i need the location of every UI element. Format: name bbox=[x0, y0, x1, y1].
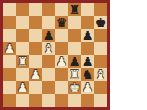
piece-white-pawn-c3[interactable]: ♟ bbox=[30, 68, 41, 81]
square-f3[interactable]: ♜ bbox=[68, 68, 81, 81]
square-e2[interactable] bbox=[55, 81, 68, 94]
square-a8[interactable] bbox=[3, 3, 16, 16]
square-h6[interactable] bbox=[94, 29, 107, 42]
square-f7[interactable] bbox=[68, 16, 81, 29]
square-d6[interactable]: ♟ bbox=[42, 29, 55, 42]
square-c4[interactable] bbox=[29, 55, 42, 68]
square-d2[interactable] bbox=[42, 81, 55, 94]
piece-white-rook-f3[interactable]: ♜ bbox=[69, 68, 80, 81]
piece-white-pawn-a5[interactable]: ♟ bbox=[4, 42, 15, 55]
page: ♜♛♚♟♟♟♝♜♟♟♟♟♜♞♝♟♚♟ bbox=[0, 0, 147, 110]
square-h7[interactable]: ♚ bbox=[94, 16, 107, 29]
square-c5[interactable] bbox=[29, 42, 42, 55]
piece-black-pawn-d6[interactable]: ♟ bbox=[43, 29, 54, 42]
square-b8[interactable] bbox=[16, 3, 29, 16]
chess-board: ♜♛♚♟♟♟♝♜♟♟♟♟♜♞♝♟♚♟ bbox=[0, 0, 110, 110]
square-e8[interactable] bbox=[55, 3, 68, 16]
square-d5[interactable]: ♝ bbox=[42, 42, 55, 55]
square-e5[interactable] bbox=[55, 42, 68, 55]
square-g5[interactable] bbox=[81, 42, 94, 55]
square-f8[interactable]: ♜ bbox=[68, 3, 81, 16]
piece-black-rook-f8[interactable]: ♜ bbox=[69, 3, 80, 16]
square-d1[interactable] bbox=[42, 94, 55, 107]
square-b2[interactable]: ♟ bbox=[16, 81, 29, 94]
square-b6[interactable] bbox=[16, 29, 29, 42]
square-f2[interactable]: ♚ bbox=[68, 81, 81, 94]
square-b7[interactable] bbox=[16, 16, 29, 29]
square-g4[interactable]: ♟ bbox=[81, 55, 94, 68]
square-g7[interactable] bbox=[81, 16, 94, 29]
square-g6[interactable]: ♟ bbox=[81, 29, 94, 42]
square-g1[interactable] bbox=[81, 94, 94, 107]
square-h5[interactable] bbox=[94, 42, 107, 55]
square-e6[interactable] bbox=[55, 29, 68, 42]
square-c1[interactable] bbox=[29, 94, 42, 107]
piece-black-pawn-g6[interactable]: ♟ bbox=[82, 29, 93, 42]
square-e1[interactable] bbox=[55, 94, 68, 107]
square-g3[interactable]: ♞ bbox=[81, 68, 94, 81]
square-h4[interactable] bbox=[94, 55, 107, 68]
piece-black-pawn-f4[interactable]: ♟ bbox=[69, 55, 80, 68]
square-a7[interactable] bbox=[3, 16, 16, 29]
square-a3[interactable] bbox=[3, 68, 16, 81]
square-d4[interactable] bbox=[42, 55, 55, 68]
square-b1[interactable] bbox=[16, 94, 29, 107]
square-b5[interactable] bbox=[16, 42, 29, 55]
piece-white-bishop-d5[interactable]: ♝ bbox=[43, 42, 54, 55]
square-f5[interactable] bbox=[68, 42, 81, 55]
square-a2[interactable] bbox=[3, 81, 16, 94]
square-f4[interactable]: ♟ bbox=[68, 55, 81, 68]
square-d8[interactable] bbox=[42, 3, 55, 16]
square-h2[interactable] bbox=[94, 81, 107, 94]
square-a5[interactable]: ♟ bbox=[3, 42, 16, 55]
square-h3[interactable]: ♝ bbox=[94, 68, 107, 81]
square-f1[interactable] bbox=[68, 94, 81, 107]
square-c6[interactable] bbox=[29, 29, 42, 42]
square-b3[interactable] bbox=[16, 68, 29, 81]
piece-white-bishop-h3[interactable]: ♝ bbox=[95, 68, 106, 81]
square-d3[interactable] bbox=[42, 68, 55, 81]
square-f6[interactable] bbox=[68, 29, 81, 42]
square-h1[interactable] bbox=[94, 94, 107, 107]
square-c8[interactable] bbox=[29, 3, 42, 16]
square-e7[interactable]: ♛ bbox=[55, 16, 68, 29]
piece-white-king-f2[interactable]: ♚ bbox=[69, 81, 80, 94]
square-b4[interactable]: ♜ bbox=[16, 55, 29, 68]
piece-white-pawn-e4[interactable]: ♟ bbox=[56, 55, 67, 68]
square-a4[interactable] bbox=[3, 55, 16, 68]
square-e3[interactable] bbox=[55, 68, 68, 81]
piece-black-queen-e7[interactable]: ♛ bbox=[56, 16, 67, 29]
square-a6[interactable] bbox=[3, 29, 16, 42]
piece-white-rook-b4[interactable]: ♜ bbox=[17, 55, 28, 68]
square-d7[interactable] bbox=[42, 16, 55, 29]
square-a1[interactable] bbox=[3, 94, 16, 107]
square-h8[interactable] bbox=[94, 3, 107, 16]
piece-black-knight-g3[interactable]: ♞ bbox=[82, 68, 93, 81]
piece-black-king-h7[interactable]: ♚ bbox=[95, 16, 106, 29]
board-grid: ♜♛♚♟♟♟♝♜♟♟♟♟♜♞♝♟♚♟ bbox=[3, 3, 107, 107]
piece-white-pawn-g2[interactable]: ♟ bbox=[82, 81, 93, 94]
square-g2[interactable]: ♟ bbox=[81, 81, 94, 94]
square-c2[interactable] bbox=[29, 81, 42, 94]
square-c3[interactable]: ♟ bbox=[29, 68, 42, 81]
square-e4[interactable]: ♟ bbox=[55, 55, 68, 68]
square-g8[interactable] bbox=[81, 3, 94, 16]
square-c7[interactable] bbox=[29, 16, 42, 29]
piece-white-pawn-b2[interactable]: ♟ bbox=[17, 81, 28, 94]
piece-black-pawn-g4[interactable]: ♟ bbox=[82, 55, 93, 68]
